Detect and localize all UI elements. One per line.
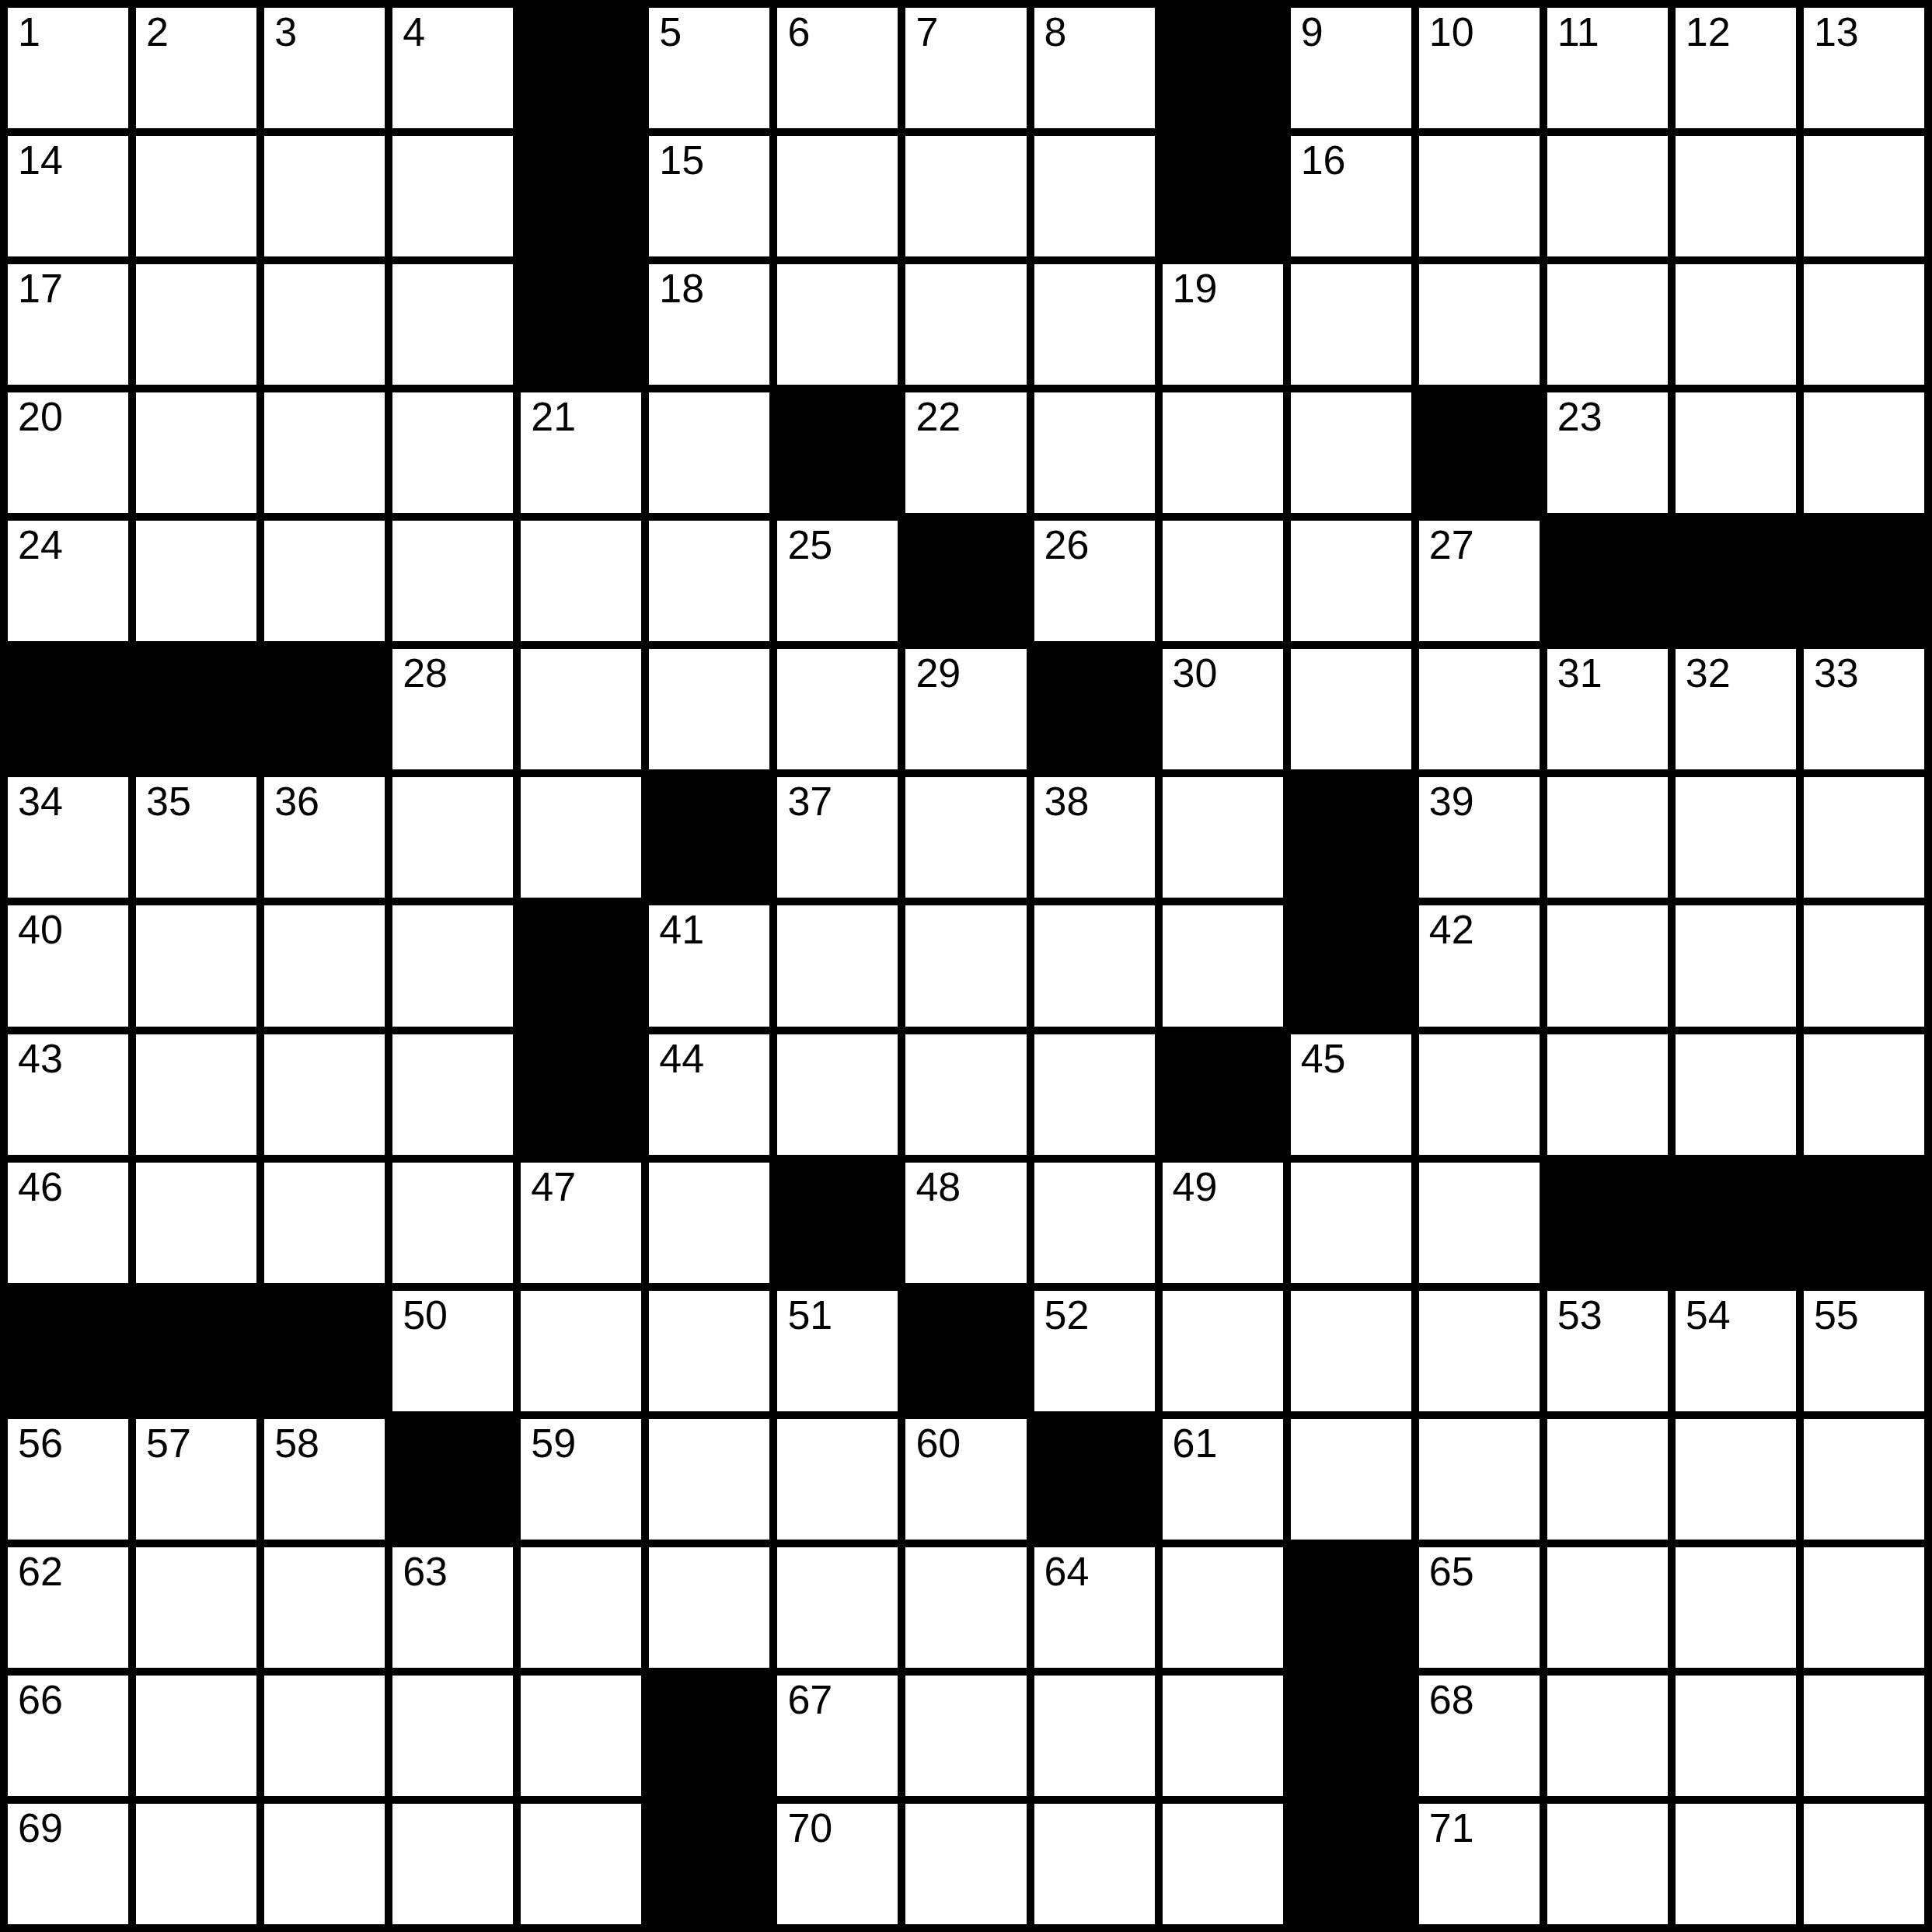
block-cell-r6c1	[8, 649, 128, 769]
clue-number-6: 6	[787, 9, 810, 54]
letter-cell-r7c12[interactable]: 39	[1419, 777, 1540, 898]
letter-cell-r14c15[interactable]	[1804, 1676, 1924, 1796]
clue-number-1: 1	[18, 9, 40, 54]
letter-cell-r12c15[interactable]	[1804, 1419, 1924, 1540]
letter-cell-r9c12[interactable]	[1419, 1034, 1540, 1155]
letter-cell-r10c9[interactable]	[1034, 1163, 1155, 1283]
letter-cell-r2c7[interactable]	[777, 136, 898, 256]
letter-cell-r9c6[interactable]: 44	[649, 1034, 769, 1155]
letter-cell-r7c14[interactable]	[1676, 777, 1796, 898]
letter-cell-r5c1[interactable]: 24	[8, 521, 128, 641]
clue-number-15: 15	[659, 138, 704, 183]
letter-cell-r2c15[interactable]	[1804, 136, 1924, 256]
letter-cell-r11c15[interactable]: 55	[1804, 1291, 1924, 1411]
letter-cell-r5c2[interactable]	[136, 521, 256, 641]
letter-cell-r14c7[interactable]: 67	[777, 1676, 898, 1796]
letter-cell-r13c14[interactable]	[1676, 1547, 1796, 1668]
letter-cell-r11c13[interactable]: 53	[1547, 1291, 1668, 1411]
clue-number-52: 52	[1044, 1292, 1090, 1337]
block-cell-r11c3	[264, 1291, 385, 1411]
block-cell-r10c13	[1547, 1163, 1668, 1283]
crossword-board: 1234567891011121314151617181920212223242…	[0, 0, 1932, 1932]
clue-number-62: 62	[18, 1549, 63, 1594]
clue-number-60: 60	[915, 1421, 961, 1466]
letter-cell-r11c7[interactable]: 51	[777, 1291, 898, 1411]
letter-cell-r10c2[interactable]	[136, 1163, 256, 1283]
letter-cell-r13c15[interactable]	[1804, 1547, 1924, 1668]
clue-number-45: 45	[1301, 1036, 1346, 1081]
letter-cell-r9c7[interactable]	[777, 1034, 898, 1155]
letter-cell-r13c1[interactable]: 62	[8, 1547, 128, 1668]
letter-cell-r13c6[interactable]	[649, 1547, 769, 1668]
letter-cell-r6c13[interactable]: 31	[1547, 649, 1668, 769]
letter-cell-r2c8[interactable]	[905, 136, 1026, 256]
block-cell-r5c13	[1547, 521, 1668, 641]
clue-number-50: 50	[403, 1292, 448, 1337]
clue-number-54: 54	[1686, 1292, 1731, 1337]
letter-cell-r15c9[interactable]	[1034, 1804, 1155, 1924]
letter-cell-r7c15[interactable]	[1804, 777, 1924, 898]
letter-cell-r6c6[interactable]	[649, 649, 769, 769]
letter-cell-r12c3[interactable]: 58	[264, 1419, 385, 1540]
clue-number-69: 69	[18, 1805, 63, 1850]
letter-cell-r10c8[interactable]: 48	[905, 1163, 1026, 1283]
letter-cell-r10c3[interactable]	[264, 1163, 385, 1283]
letter-cell-r4c13[interactable]: 23	[1547, 392, 1668, 513]
block-cell-r6c2	[136, 649, 256, 769]
clue-number-46: 46	[18, 1164, 63, 1209]
letter-cell-r10c12[interactable]	[1419, 1163, 1540, 1283]
letter-cell-r6c5[interactable]	[521, 649, 641, 769]
letter-cell-r1c2[interactable]: 2	[136, 8, 256, 128]
letter-cell-r15c13[interactable]	[1547, 1804, 1668, 1924]
letter-cell-r10c11[interactable]	[1291, 1163, 1411, 1283]
letter-cell-r3c12[interactable]	[1419, 264, 1540, 385]
letter-cell-r6c4[interactable]: 28	[392, 649, 513, 769]
block-cell-r5c14	[1676, 521, 1796, 641]
letter-cell-r3c7[interactable]	[777, 264, 898, 385]
letter-cell-r3c1[interactable]: 17	[8, 264, 128, 385]
letter-cell-r14c8[interactable]	[905, 1676, 1026, 1796]
letter-cell-r9c4[interactable]	[392, 1034, 513, 1155]
letter-cell-r8c10[interactable]	[1163, 905, 1283, 1026]
clue-number-39: 39	[1429, 779, 1474, 824]
clue-number-34: 34	[18, 779, 63, 824]
letter-cell-r12c13[interactable]	[1547, 1419, 1668, 1540]
clue-number-48: 48	[915, 1164, 961, 1209]
clue-number-36: 36	[274, 779, 319, 824]
letter-cell-r1c14[interactable]: 12	[1676, 8, 1796, 128]
clue-number-37: 37	[787, 779, 832, 824]
letter-cell-r2c2[interactable]	[136, 136, 256, 256]
block-cell-r6c3	[264, 649, 385, 769]
letter-cell-r13c9[interactable]: 64	[1034, 1547, 1155, 1668]
letter-cell-r6c12[interactable]	[1419, 649, 1540, 769]
letter-cell-r1c7[interactable]: 6	[777, 8, 898, 128]
clue-number-25: 25	[787, 522, 832, 567]
letter-cell-r7c7[interactable]: 37	[777, 777, 898, 898]
letter-cell-r5c3[interactable]	[264, 521, 385, 641]
letter-cell-r15c8[interactable]	[905, 1804, 1026, 1924]
letter-cell-r1c13[interactable]: 11	[1547, 8, 1668, 128]
letter-cell-r4c11[interactable]	[1291, 392, 1411, 513]
letter-cell-r2c13[interactable]	[1547, 136, 1668, 256]
letter-cell-r1c15[interactable]: 13	[1804, 8, 1924, 128]
clue-number-32: 32	[1686, 650, 1731, 696]
letter-cell-r15c1[interactable]: 69	[8, 1804, 128, 1924]
clue-number-27: 27	[1429, 522, 1474, 567]
clue-number-49: 49	[1173, 1164, 1218, 1209]
clue-number-63: 63	[403, 1549, 448, 1594]
clue-number-2: 2	[146, 9, 169, 54]
clue-number-8: 8	[1044, 9, 1067, 54]
block-cell-r1c10	[1163, 8, 1283, 128]
letter-cell-r14c9[interactable]	[1034, 1676, 1155, 1796]
letter-cell-r3c10[interactable]: 19	[1163, 264, 1283, 385]
letter-cell-r3c4[interactable]	[392, 264, 513, 385]
letter-cell-r3c15[interactable]	[1804, 264, 1924, 385]
letter-cell-r3c2[interactable]	[136, 264, 256, 385]
letter-cell-r6c10[interactable]: 30	[1163, 649, 1283, 769]
letter-cell-r14c12[interactable]: 68	[1419, 1676, 1540, 1796]
letter-cell-r14c13[interactable]	[1547, 1676, 1668, 1796]
letter-cell-r1c1[interactable]: 1	[8, 8, 128, 128]
letter-cell-r11c12[interactable]	[1419, 1291, 1540, 1411]
letter-cell-r9c8[interactable]	[905, 1034, 1026, 1155]
letter-cell-r14c5[interactable]	[521, 1676, 641, 1796]
clue-number-19: 19	[1173, 266, 1218, 311]
letter-cell-r1c9[interactable]: 8	[1034, 8, 1155, 128]
letter-cell-r8c3[interactable]	[264, 905, 385, 1026]
letter-cell-r10c10[interactable]: 49	[1163, 1163, 1283, 1283]
clue-number-40: 40	[18, 907, 63, 952]
clue-number-26: 26	[1044, 522, 1090, 567]
letter-cell-r8c14[interactable]	[1676, 905, 1796, 1026]
letter-cell-r8c6[interactable]: 41	[649, 905, 769, 1026]
letter-cell-r11c11[interactable]	[1291, 1291, 1411, 1411]
block-cell-r11c8	[905, 1291, 1026, 1411]
letter-cell-r9c1[interactable]: 43	[8, 1034, 128, 1155]
letter-cell-r5c9[interactable]: 26	[1034, 521, 1155, 641]
letter-cell-r4c10[interactable]	[1163, 392, 1283, 513]
letter-cell-r12c5[interactable]: 59	[521, 1419, 641, 1540]
block-cell-r3c5	[521, 264, 641, 385]
block-cell-r8c11	[1291, 905, 1411, 1026]
letter-cell-r8c9[interactable]	[1034, 905, 1155, 1026]
letter-cell-r14c1[interactable]: 66	[8, 1676, 128, 1796]
letter-cell-r3c6[interactable]: 18	[649, 264, 769, 385]
letter-cell-r14c4[interactable]	[392, 1676, 513, 1796]
clue-number-58: 58	[274, 1421, 319, 1466]
block-cell-r15c11	[1291, 1804, 1411, 1924]
letter-cell-r13c2[interactable]	[136, 1547, 256, 1668]
clue-number-41: 41	[659, 907, 704, 952]
letter-cell-r1c6[interactable]: 5	[649, 8, 769, 128]
letter-cell-r9c14[interactable]	[1676, 1034, 1796, 1155]
clue-number-57: 57	[146, 1421, 191, 1466]
clue-number-5: 5	[659, 9, 682, 54]
letter-cell-r13c5[interactable]	[521, 1547, 641, 1668]
letter-cell-r4c5[interactable]: 21	[521, 392, 641, 513]
clue-number-68: 68	[1429, 1677, 1474, 1722]
letter-cell-r10c5[interactable]: 47	[521, 1163, 641, 1283]
letter-cell-r4c6[interactable]	[649, 392, 769, 513]
block-cell-r2c10	[1163, 136, 1283, 256]
block-cell-r7c6	[649, 777, 769, 898]
letter-cell-r8c7[interactable]	[777, 905, 898, 1026]
letter-cell-r5c12[interactable]: 27	[1419, 521, 1540, 641]
clue-number-3: 3	[274, 9, 297, 54]
letter-cell-r11c6[interactable]	[649, 1291, 769, 1411]
letter-cell-r5c6[interactable]	[649, 521, 769, 641]
clue-number-61: 61	[1173, 1421, 1218, 1466]
clue-number-43: 43	[18, 1036, 63, 1081]
letter-cell-r2c11[interactable]: 16	[1291, 136, 1411, 256]
letter-cell-r12c2[interactable]: 57	[136, 1419, 256, 1540]
letter-cell-r8c15[interactable]	[1804, 905, 1924, 1026]
letter-cell-r5c4[interactable]	[392, 521, 513, 641]
block-cell-r15c6	[649, 1804, 769, 1924]
letter-cell-r1c8[interactable]: 7	[905, 8, 1026, 128]
clue-number-11: 11	[1557, 9, 1599, 54]
letter-cell-r14c2[interactable]	[136, 1676, 256, 1796]
letter-cell-r4c8[interactable]: 22	[905, 392, 1026, 513]
clue-number-14: 14	[18, 138, 63, 183]
letter-cell-r13c12[interactable]: 65	[1419, 1547, 1540, 1668]
letter-cell-r8c1[interactable]: 40	[8, 905, 128, 1026]
letter-cell-r3c14[interactable]	[1676, 264, 1796, 385]
letter-cell-r2c3[interactable]	[264, 136, 385, 256]
letter-cell-r4c1[interactable]: 20	[8, 392, 128, 513]
letter-cell-r12c10[interactable]: 61	[1163, 1419, 1283, 1540]
letter-cell-r15c2[interactable]	[136, 1804, 256, 1924]
letter-cell-r7c2[interactable]: 35	[136, 777, 256, 898]
block-cell-r9c5	[521, 1034, 641, 1155]
block-cell-r11c1	[8, 1291, 128, 1411]
letter-cell-r3c3[interactable]	[264, 264, 385, 385]
clue-number-65: 65	[1429, 1549, 1474, 1594]
letter-cell-r12c6[interactable]	[649, 1419, 769, 1540]
letter-cell-r1c3[interactable]: 3	[264, 8, 385, 128]
clue-number-55: 55	[1814, 1292, 1859, 1337]
clue-number-13: 13	[1814, 9, 1859, 54]
clue-number-24: 24	[18, 522, 63, 567]
block-cell-r7c11	[1291, 777, 1411, 898]
letter-cell-r11c5[interactable]	[521, 1291, 641, 1411]
letter-cell-r5c11[interactable]	[1291, 521, 1411, 641]
letter-cell-r9c15[interactable]	[1804, 1034, 1924, 1155]
letter-cell-r1c4[interactable]: 4	[392, 8, 513, 128]
block-cell-r9c10	[1163, 1034, 1283, 1155]
clue-number-33: 33	[1814, 650, 1859, 696]
clue-number-66: 66	[18, 1677, 63, 1722]
letter-cell-r7c8[interactable]	[905, 777, 1026, 898]
clue-number-64: 64	[1044, 1549, 1090, 1594]
letter-cell-r4c15[interactable]	[1804, 392, 1924, 513]
clue-number-21: 21	[531, 394, 576, 439]
letter-cell-r15c4[interactable]	[392, 1804, 513, 1924]
letter-cell-r7c10[interactable]	[1163, 777, 1283, 898]
clue-number-28: 28	[403, 650, 448, 696]
letter-cell-r7c5[interactable]	[521, 777, 641, 898]
letter-cell-r7c4[interactable]	[392, 777, 513, 898]
letter-cell-r12c8[interactable]: 60	[905, 1419, 1026, 1540]
clue-number-47: 47	[531, 1164, 576, 1209]
block-cell-r4c12	[1419, 392, 1540, 513]
letter-cell-r7c13[interactable]	[1547, 777, 1668, 898]
block-cell-r1c5	[521, 8, 641, 128]
letter-cell-r12c12[interactable]	[1419, 1419, 1540, 1540]
letter-cell-r9c11[interactable]: 45	[1291, 1034, 1411, 1155]
clue-number-35: 35	[146, 779, 191, 824]
letter-cell-r9c13[interactable]	[1547, 1034, 1668, 1155]
clue-number-53: 53	[1557, 1292, 1602, 1337]
letter-cell-r15c12[interactable]: 71	[1419, 1804, 1540, 1924]
block-cell-r8c5	[521, 905, 641, 1026]
clue-number-9: 9	[1301, 9, 1323, 54]
letter-cell-r5c5[interactable]	[521, 521, 641, 641]
letter-cell-r15c15[interactable]	[1804, 1804, 1924, 1924]
letter-cell-r13c8[interactable]	[905, 1547, 1026, 1668]
clue-number-42: 42	[1429, 907, 1474, 952]
clue-number-56: 56	[18, 1421, 63, 1466]
letter-cell-r14c3[interactable]	[264, 1676, 385, 1796]
letter-cell-r6c15[interactable]: 33	[1804, 649, 1924, 769]
clue-number-22: 22	[915, 394, 961, 439]
letter-cell-r1c11[interactable]: 9	[1291, 8, 1411, 128]
letter-cell-r6c11[interactable]	[1291, 649, 1411, 769]
letter-cell-r15c10[interactable]	[1163, 1804, 1283, 1924]
letter-cell-r1c12[interactable]: 10	[1419, 8, 1540, 128]
block-cell-r10c14	[1676, 1163, 1796, 1283]
letter-cell-r10c4[interactable]	[392, 1163, 513, 1283]
block-cell-r5c8	[905, 521, 1026, 641]
clue-number-29: 29	[915, 650, 961, 696]
letter-cell-r13c3[interactable]	[264, 1547, 385, 1668]
block-cell-r14c6	[649, 1676, 769, 1796]
letter-cell-r15c7[interactable]: 70	[777, 1804, 898, 1924]
clue-number-70: 70	[787, 1805, 832, 1850]
letter-cell-r10c1[interactable]: 46	[8, 1163, 128, 1283]
clue-number-10: 10	[1429, 9, 1474, 54]
block-cell-r2c5	[521, 136, 641, 256]
letter-cell-r4c3[interactable]	[264, 392, 385, 513]
letter-cell-r4c14[interactable]	[1676, 392, 1796, 513]
clue-number-30: 30	[1173, 650, 1218, 696]
letter-cell-r6c7[interactable]	[777, 649, 898, 769]
letter-cell-r2c12[interactable]	[1419, 136, 1540, 256]
letter-cell-r11c4[interactable]: 50	[392, 1291, 513, 1411]
clue-number-12: 12	[1686, 9, 1731, 54]
letter-cell-r12c7[interactable]	[777, 1419, 898, 1540]
clue-number-16: 16	[1301, 138, 1346, 183]
letter-cell-r6c14[interactable]: 32	[1676, 649, 1796, 769]
letter-cell-r9c9[interactable]	[1034, 1034, 1155, 1155]
letter-cell-r3c8[interactable]	[905, 264, 1026, 385]
clue-number-20: 20	[18, 394, 63, 439]
letter-cell-r12c11[interactable]	[1291, 1419, 1411, 1540]
letter-cell-r9c2[interactable]	[136, 1034, 256, 1155]
clue-number-38: 38	[1044, 779, 1090, 824]
clue-number-4: 4	[403, 9, 425, 54]
letter-cell-r11c9[interactable]: 52	[1034, 1291, 1155, 1411]
clue-number-23: 23	[1557, 394, 1602, 439]
letter-cell-r3c11[interactable]	[1291, 264, 1411, 385]
letter-cell-r2c9[interactable]	[1034, 136, 1155, 256]
letter-cell-r12c1[interactable]: 56	[8, 1419, 128, 1540]
letter-cell-r11c10[interactable]	[1163, 1291, 1283, 1411]
letter-cell-r8c4[interactable]	[392, 905, 513, 1026]
letter-cell-r8c8[interactable]	[905, 905, 1026, 1026]
letter-cell-r11c14[interactable]: 54	[1676, 1291, 1796, 1411]
clue-number-44: 44	[659, 1036, 704, 1081]
letter-cell-r7c9[interactable]: 38	[1034, 777, 1155, 898]
clue-number-59: 59	[531, 1421, 576, 1466]
letter-cell-r6c8[interactable]: 29	[905, 649, 1026, 769]
clue-number-18: 18	[659, 266, 704, 311]
letter-cell-r9c3[interactable]	[264, 1034, 385, 1155]
letter-cell-r13c7[interactable]	[777, 1547, 898, 1668]
clue-number-17: 17	[18, 266, 63, 311]
letter-cell-r10c6[interactable]	[649, 1163, 769, 1283]
letter-cell-r8c2[interactable]	[136, 905, 256, 1026]
letter-cell-r13c10[interactable]	[1163, 1547, 1283, 1668]
letter-cell-r15c5[interactable]	[521, 1804, 641, 1924]
clue-number-51: 51	[787, 1292, 832, 1337]
letter-cell-r12c14[interactable]	[1676, 1419, 1796, 1540]
block-cell-r10c15	[1804, 1163, 1924, 1283]
letter-cell-r3c13[interactable]	[1547, 264, 1668, 385]
letter-cell-r15c3[interactable]	[264, 1804, 385, 1924]
letter-cell-r14c10[interactable]	[1163, 1676, 1283, 1796]
letter-cell-r2c1[interactable]: 14	[8, 136, 128, 256]
clue-number-31: 31	[1557, 650, 1602, 696]
block-cell-r14c11	[1291, 1676, 1411, 1796]
block-cell-r4c7	[777, 392, 898, 513]
letter-cell-r7c3[interactable]: 36	[264, 777, 385, 898]
letter-cell-r13c13[interactable]	[1547, 1547, 1668, 1668]
letter-cell-r4c2[interactable]	[136, 392, 256, 513]
letter-cell-r8c13[interactable]	[1547, 905, 1668, 1026]
clue-number-7: 7	[915, 9, 938, 54]
clue-number-67: 67	[787, 1677, 832, 1722]
letter-cell-r3c9[interactable]	[1034, 264, 1155, 385]
block-cell-r5c15	[1804, 521, 1924, 641]
block-cell-r6c9	[1034, 649, 1155, 769]
letter-cell-r13c4[interactable]: 63	[392, 1547, 513, 1668]
block-cell-r12c9	[1034, 1419, 1155, 1540]
block-cell-r13c11	[1291, 1547, 1411, 1668]
letter-cell-r7c1[interactable]: 34	[8, 777, 128, 898]
clue-number-71: 71	[1429, 1805, 1474, 1850]
letter-cell-r8c12[interactable]: 42	[1419, 905, 1540, 1026]
letter-cell-r2c4[interactable]	[392, 136, 513, 256]
letter-cell-r2c6[interactable]: 15	[649, 136, 769, 256]
letter-cell-r5c10[interactable]	[1163, 521, 1283, 641]
block-cell-r12c4	[392, 1419, 513, 1540]
block-cell-r10c7	[777, 1163, 898, 1283]
letter-cell-r2c14[interactable]	[1676, 136, 1796, 256]
letter-cell-r4c4[interactable]	[392, 392, 513, 513]
letter-cell-r5c7[interactable]: 25	[777, 521, 898, 641]
block-cell-r11c2	[136, 1291, 256, 1411]
letter-cell-r15c14[interactable]	[1676, 1804, 1796, 1924]
letter-cell-r14c14[interactable]	[1676, 1676, 1796, 1796]
letter-cell-r4c9[interactable]	[1034, 392, 1155, 513]
